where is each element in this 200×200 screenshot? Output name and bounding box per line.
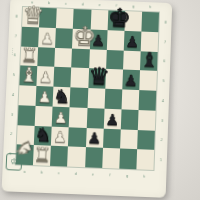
file-label-bottom-h: h [142, 175, 147, 179]
file-label-top-a: a [29, 0, 34, 4]
file-label-bottom-c: c [56, 171, 61, 175]
file-label-bottom-f: f [108, 173, 113, 177]
square-b5: ♟ [37, 66, 55, 86]
square-d8 [73, 9, 91, 29]
rank-label-left-2: 2 [9, 132, 14, 136]
square-h8 [141, 12, 159, 32]
rank-label-right-5: 5 [161, 79, 166, 83]
square-e4 [87, 88, 105, 108]
square-g3 [121, 109, 139, 129]
square-b7: ♟ [38, 27, 56, 47]
chess-board-mat: ···· ♔ ♛♚♟♚♟♟♜♝♝♟♛♟♟♞♟♟♞♟♟♞♜ aabbccddeef… [2, 0, 173, 198]
file-label-bottom-g: g [125, 174, 130, 178]
white-pawn: ♟ [52, 110, 70, 126]
rank-label-left-5: 5 [11, 73, 16, 77]
square-b1: ♜ [33, 145, 51, 166]
square-a3 [18, 105, 36, 125]
white-pawn: ♟ [51, 130, 69, 146]
square-e3 [86, 108, 104, 128]
square-e8 [90, 10, 108, 30]
white-pawn: ♟ [37, 70, 55, 86]
square-b8 [39, 8, 57, 28]
square-g7: ♟ [124, 31, 142, 51]
coordinate-labels: aabbccddeeffgghh8877665544332211 [11, 0, 173, 3]
square-e6 [89, 49, 107, 69]
rank-label-left-3: 3 [10, 113, 15, 117]
file-label-bottom-a: a [22, 170, 27, 174]
file-label-top-e: e [97, 3, 102, 7]
square-c4: ♞ [53, 87, 71, 107]
file-label-top-b: b [46, 1, 51, 5]
square-c5 [54, 67, 72, 87]
square-h1 [136, 149, 154, 170]
square-a5: ♝ [19, 66, 37, 86]
black-pawn: ♟ [124, 34, 142, 50]
square-a1: ♞ [16, 145, 34, 166]
rank-label-left-7: 7 [13, 34, 18, 38]
white-bishop: ♝ [19, 64, 37, 85]
file-label-top-d: d [80, 2, 85, 6]
white-rook: ♜ [20, 46, 38, 66]
square-f8: ♚ [107, 10, 125, 30]
rank-label-left-4: 4 [10, 93, 15, 97]
square-g1 [119, 149, 137, 170]
square-d4 [70, 87, 88, 107]
square-h5 [139, 70, 157, 90]
square-a4 [19, 85, 37, 105]
black-pawn: ♟ [103, 112, 121, 128]
square-g6 [123, 50, 141, 70]
black-pawn: ♟ [122, 73, 140, 89]
file-label-top-h: h [148, 5, 153, 9]
rank-label-left-6: 6 [12, 54, 17, 58]
square-d7: ♚ [72, 29, 90, 49]
photo-background: ···· ♔ ♛♚♟♚♟♟♜♝♝♟♛♟♟♞♟♟♞♟♟♞♜ aabbccddeef… [0, 0, 200, 200]
rank-label-right-2: 2 [159, 138, 164, 142]
square-e5: ♛ [88, 68, 106, 88]
black-pawn: ♟ [89, 33, 107, 49]
black-pawn: ♟ [85, 131, 103, 147]
black-king: ♚ [107, 4, 125, 30]
white-pawn: ♟ [36, 90, 54, 106]
square-f5 [105, 69, 123, 89]
square-e7: ♟ [89, 29, 107, 49]
square-f7 [106, 30, 124, 50]
rank-label-right-3: 3 [160, 119, 165, 123]
black-knight: ♞ [53, 86, 71, 106]
square-d1 [67, 147, 85, 168]
file-label-top-c: c [63, 2, 68, 6]
square-d3 [69, 107, 87, 127]
square-c6 [54, 47, 72, 67]
square-c3: ♟ [52, 106, 70, 126]
chess-board-grid: ♛♚♟♚♟♟♜♝♝♟♛♟♟♞♟♟♞♟♟♞♜ [16, 7, 159, 170]
square-d2 [68, 127, 86, 148]
square-f1 [102, 148, 120, 169]
square-h2 [137, 130, 155, 151]
rank-label-right-4: 4 [160, 99, 165, 103]
white-rook: ♜ [33, 145, 51, 165]
square-h7 [141, 31, 159, 51]
square-g4 [121, 89, 139, 109]
square-h4 [138, 90, 156, 110]
square-e2: ♟ [85, 128, 103, 149]
square-b2: ♞ [34, 125, 52, 146]
file-label-top-g: g [131, 4, 136, 8]
square-d6 [72, 48, 90, 68]
square-a6: ♜ [20, 46, 38, 66]
white-pawn: ♟ [38, 31, 56, 47]
white-queen: ♛ [22, 3, 40, 27]
square-h6: ♝ [140, 51, 158, 71]
square-h3 [138, 110, 156, 130]
black-knight: ♞ [34, 125, 52, 145]
rank-label-right-8: 8 [163, 20, 168, 24]
square-g2 [120, 129, 138, 150]
rank-label-right-6: 6 [162, 60, 167, 64]
square-b6 [37, 47, 55, 67]
square-a7 [21, 27, 39, 47]
rank-label-left-8: 8 [14, 14, 19, 18]
rank-label-right-1: 1 [158, 158, 163, 162]
rank-label-right-7: 7 [162, 40, 167, 44]
square-b3 [35, 106, 53, 126]
square-e1 [85, 147, 103, 168]
square-a2 [17, 125, 35, 146]
square-f3: ♟ [103, 108, 121, 128]
file-label-bottom-b: b [39, 170, 44, 174]
square-f4 [104, 89, 122, 109]
black-bishop: ♝ [140, 50, 158, 71]
file-label-bottom-d: d [73, 172, 78, 176]
square-a8: ♛ [22, 7, 40, 27]
file-label-bottom-e: e [90, 173, 95, 177]
square-c7 [55, 28, 73, 48]
square-f2 [103, 128, 121, 149]
square-g8 [124, 11, 142, 31]
square-c1 [50, 146, 68, 167]
square-f6 [106, 49, 124, 69]
square-c2: ♟ [51, 126, 69, 147]
file-label-top-f: f [114, 4, 119, 8]
rank-label-left-1: 1 [8, 152, 13, 156]
square-g5: ♟ [122, 70, 140, 90]
square-d5 [71, 68, 89, 88]
square-c8 [56, 8, 74, 28]
square-b4: ♟ [36, 86, 54, 106]
